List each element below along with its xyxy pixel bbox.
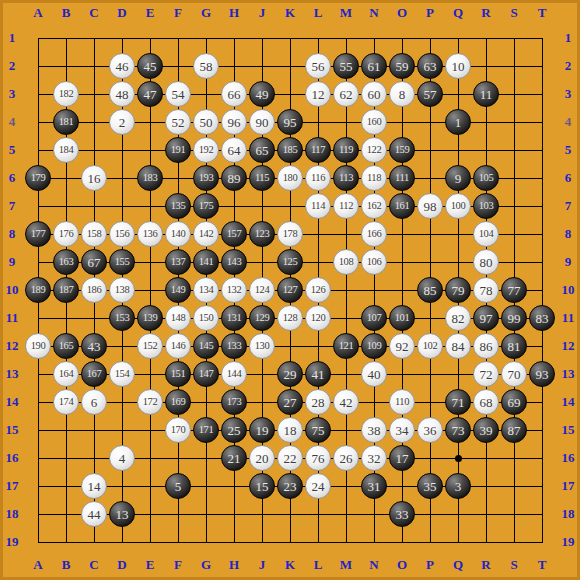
intersection[interactable] bbox=[444, 444, 472, 472]
intersection[interactable]: 82 bbox=[444, 304, 472, 332]
intersection[interactable] bbox=[136, 136, 164, 164]
intersection[interactable]: 162 bbox=[360, 192, 388, 220]
intersection[interactable]: 136 bbox=[136, 220, 164, 248]
intersection[interactable]: 1 bbox=[444, 108, 472, 136]
intersection[interactable] bbox=[472, 472, 500, 500]
intersection[interactable] bbox=[80, 52, 108, 80]
intersection[interactable] bbox=[24, 500, 52, 528]
intersection[interactable] bbox=[220, 24, 248, 52]
intersection[interactable] bbox=[304, 220, 332, 248]
intersection[interactable]: 158 bbox=[80, 220, 108, 248]
intersection[interactable]: 132 bbox=[220, 276, 248, 304]
intersection[interactable] bbox=[416, 24, 444, 52]
intersection[interactable] bbox=[52, 192, 80, 220]
intersection[interactable]: 98 bbox=[416, 192, 444, 220]
intersection[interactable]: 189 bbox=[24, 276, 52, 304]
intersection[interactable]: 109 bbox=[360, 332, 388, 360]
intersection[interactable]: 184 bbox=[52, 136, 80, 164]
intersection[interactable] bbox=[192, 528, 220, 556]
intersection[interactable]: 178 bbox=[276, 220, 304, 248]
intersection[interactable]: 49 bbox=[248, 80, 276, 108]
intersection[interactable]: 150 bbox=[192, 304, 220, 332]
intersection[interactable]: 149 bbox=[164, 276, 192, 304]
intersection[interactable] bbox=[52, 304, 80, 332]
intersection[interactable] bbox=[528, 388, 556, 416]
intersection[interactable]: 156 bbox=[108, 220, 136, 248]
intersection[interactable] bbox=[24, 360, 52, 388]
intersection[interactable] bbox=[500, 472, 528, 500]
intersection[interactable] bbox=[416, 528, 444, 556]
intersection[interactable]: 48 bbox=[108, 80, 136, 108]
intersection[interactable] bbox=[416, 388, 444, 416]
intersection[interactable] bbox=[136, 444, 164, 472]
intersection[interactable]: 170 bbox=[164, 416, 192, 444]
intersection[interactable]: 42 bbox=[332, 388, 360, 416]
intersection[interactable] bbox=[136, 24, 164, 52]
intersection[interactable] bbox=[360, 276, 388, 304]
intersection[interactable]: 187 bbox=[52, 276, 80, 304]
intersection[interactable]: 167 bbox=[80, 360, 108, 388]
intersection[interactable] bbox=[444, 500, 472, 528]
intersection[interactable] bbox=[416, 360, 444, 388]
intersection[interactable] bbox=[388, 360, 416, 388]
intersection[interactable]: 186 bbox=[80, 276, 108, 304]
intersection[interactable]: 99 bbox=[500, 304, 528, 332]
intersection[interactable]: 67 bbox=[80, 248, 108, 276]
intersection[interactable] bbox=[52, 472, 80, 500]
intersection[interactable]: 124 bbox=[248, 276, 276, 304]
intersection[interactable] bbox=[220, 528, 248, 556]
intersection[interactable] bbox=[416, 248, 444, 276]
intersection[interactable]: 16 bbox=[80, 164, 108, 192]
intersection[interactable]: 138 bbox=[108, 276, 136, 304]
intersection[interactable]: 183 bbox=[136, 164, 164, 192]
intersection[interactable] bbox=[416, 444, 444, 472]
intersection[interactable] bbox=[164, 528, 192, 556]
intersection[interactable]: 133 bbox=[220, 332, 248, 360]
intersection[interactable]: 180 bbox=[276, 164, 304, 192]
intersection[interactable]: 161 bbox=[388, 192, 416, 220]
intersection[interactable] bbox=[164, 164, 192, 192]
intersection[interactable] bbox=[332, 528, 360, 556]
intersection[interactable]: 52 bbox=[164, 108, 192, 136]
intersection[interactable]: 185 bbox=[276, 136, 304, 164]
intersection[interactable] bbox=[192, 472, 220, 500]
intersection[interactable] bbox=[108, 136, 136, 164]
intersection[interactable]: 64 bbox=[220, 136, 248, 164]
intersection[interactable]: 38 bbox=[360, 416, 388, 444]
intersection[interactable] bbox=[80, 108, 108, 136]
intersection[interactable]: 129 bbox=[248, 304, 276, 332]
intersection[interactable] bbox=[500, 444, 528, 472]
intersection[interactable] bbox=[248, 500, 276, 528]
intersection[interactable]: 62 bbox=[332, 80, 360, 108]
intersection[interactable]: 103 bbox=[472, 192, 500, 220]
intersection[interactable]: 46 bbox=[108, 52, 136, 80]
intersection[interactable]: 141 bbox=[192, 248, 220, 276]
intersection[interactable] bbox=[220, 472, 248, 500]
intersection[interactable]: 152 bbox=[136, 332, 164, 360]
intersection[interactable] bbox=[108, 24, 136, 52]
intersection[interactable] bbox=[416, 164, 444, 192]
intersection[interactable] bbox=[80, 80, 108, 108]
intersection[interactable] bbox=[108, 164, 136, 192]
intersection[interactable]: 190 bbox=[24, 332, 52, 360]
intersection[interactable] bbox=[192, 500, 220, 528]
intersection[interactable] bbox=[528, 164, 556, 192]
intersection[interactable]: 39 bbox=[472, 416, 500, 444]
intersection[interactable]: 55 bbox=[332, 52, 360, 80]
intersection[interactable]: 155 bbox=[108, 248, 136, 276]
intersection[interactable]: 31 bbox=[360, 472, 388, 500]
intersection[interactable]: 115 bbox=[248, 164, 276, 192]
intersection[interactable] bbox=[276, 528, 304, 556]
intersection[interactable] bbox=[500, 164, 528, 192]
intersection[interactable] bbox=[304, 108, 332, 136]
intersection[interactable]: 139 bbox=[136, 304, 164, 332]
intersection[interactable]: 105 bbox=[472, 164, 500, 192]
intersection[interactable]: 50 bbox=[192, 108, 220, 136]
intersection[interactable] bbox=[192, 80, 220, 108]
intersection[interactable]: 121 bbox=[332, 332, 360, 360]
intersection[interactable] bbox=[444, 360, 472, 388]
intersection[interactable]: 177 bbox=[24, 220, 52, 248]
intersection[interactable]: 13 bbox=[108, 500, 136, 528]
intersection[interactable] bbox=[248, 360, 276, 388]
intersection[interactable]: 61 bbox=[360, 52, 388, 80]
intersection[interactable]: 145 bbox=[192, 332, 220, 360]
intersection[interactable] bbox=[388, 220, 416, 248]
intersection[interactable]: 127 bbox=[276, 276, 304, 304]
intersection[interactable]: 165 bbox=[52, 332, 80, 360]
intersection[interactable] bbox=[24, 472, 52, 500]
intersection[interactable]: 134 bbox=[192, 276, 220, 304]
intersection[interactable] bbox=[24, 192, 52, 220]
intersection[interactable] bbox=[24, 248, 52, 276]
intersection[interactable]: 44 bbox=[80, 500, 108, 528]
intersection[interactable] bbox=[528, 192, 556, 220]
intersection[interactable]: 116 bbox=[304, 164, 332, 192]
intersection[interactable]: 3 bbox=[444, 472, 472, 500]
intersection[interactable]: 110 bbox=[388, 388, 416, 416]
intersection[interactable] bbox=[360, 24, 388, 52]
intersection[interactable]: 14 bbox=[80, 472, 108, 500]
intersection[interactable] bbox=[136, 528, 164, 556]
intersection[interactable]: 111 bbox=[388, 164, 416, 192]
intersection[interactable]: 63 bbox=[416, 52, 444, 80]
intersection[interactable]: 47 bbox=[136, 80, 164, 108]
intersection[interactable] bbox=[24, 80, 52, 108]
intersection[interactable] bbox=[528, 276, 556, 304]
intersection[interactable]: 5 bbox=[164, 472, 192, 500]
intersection[interactable] bbox=[416, 500, 444, 528]
intersection[interactable] bbox=[472, 136, 500, 164]
intersection[interactable] bbox=[24, 444, 52, 472]
intersection[interactable]: 76 bbox=[304, 444, 332, 472]
intersection[interactable]: 175 bbox=[192, 192, 220, 220]
intersection[interactable]: 83 bbox=[528, 304, 556, 332]
intersection[interactable] bbox=[304, 500, 332, 528]
intersection[interactable] bbox=[108, 332, 136, 360]
intersection[interactable]: 169 bbox=[164, 388, 192, 416]
intersection[interactable] bbox=[108, 528, 136, 556]
intersection[interactable] bbox=[80, 304, 108, 332]
intersection[interactable] bbox=[332, 108, 360, 136]
intersection[interactable]: 58 bbox=[192, 52, 220, 80]
intersection[interactable] bbox=[332, 500, 360, 528]
intersection[interactable] bbox=[248, 248, 276, 276]
intersection[interactable]: 81 bbox=[500, 332, 528, 360]
intersection[interactable]: 120 bbox=[304, 304, 332, 332]
intersection[interactable] bbox=[164, 52, 192, 80]
intersection[interactable]: 100 bbox=[444, 192, 472, 220]
intersection[interactable]: 95 bbox=[276, 108, 304, 136]
intersection[interactable]: 2 bbox=[108, 108, 136, 136]
intersection[interactable] bbox=[248, 52, 276, 80]
intersection[interactable]: 70 bbox=[500, 360, 528, 388]
intersection[interactable]: 65 bbox=[248, 136, 276, 164]
intersection[interactable] bbox=[24, 52, 52, 80]
intersection[interactable]: 147 bbox=[192, 360, 220, 388]
intersection[interactable]: 11 bbox=[472, 80, 500, 108]
intersection[interactable]: 160 bbox=[360, 108, 388, 136]
intersection[interactable] bbox=[528, 136, 556, 164]
intersection[interactable]: 77 bbox=[500, 276, 528, 304]
intersection[interactable]: 18 bbox=[276, 416, 304, 444]
intersection[interactable] bbox=[528, 528, 556, 556]
intersection[interactable] bbox=[136, 360, 164, 388]
intersection[interactable] bbox=[220, 52, 248, 80]
intersection[interactable] bbox=[80, 444, 108, 472]
intersection[interactable]: 131 bbox=[220, 304, 248, 332]
intersection[interactable]: 135 bbox=[164, 192, 192, 220]
intersection[interactable] bbox=[500, 500, 528, 528]
intersection[interactable] bbox=[388, 472, 416, 500]
intersection[interactable]: 87 bbox=[500, 416, 528, 444]
intersection[interactable]: 172 bbox=[136, 388, 164, 416]
intersection[interactable] bbox=[472, 500, 500, 528]
intersection[interactable]: 154 bbox=[108, 360, 136, 388]
intersection[interactable]: 119 bbox=[332, 136, 360, 164]
intersection[interactable]: 143 bbox=[220, 248, 248, 276]
intersection[interactable] bbox=[360, 528, 388, 556]
intersection[interactable] bbox=[52, 500, 80, 528]
intersection[interactable] bbox=[528, 220, 556, 248]
intersection[interactable] bbox=[136, 108, 164, 136]
intersection[interactable] bbox=[276, 500, 304, 528]
intersection[interactable]: 104 bbox=[472, 220, 500, 248]
intersection[interactable]: 118 bbox=[360, 164, 388, 192]
intersection[interactable]: 71 bbox=[444, 388, 472, 416]
intersection[interactable]: 114 bbox=[304, 192, 332, 220]
intersection[interactable]: 73 bbox=[444, 416, 472, 444]
intersection[interactable]: 17 bbox=[388, 444, 416, 472]
intersection[interactable]: 68 bbox=[472, 388, 500, 416]
intersection[interactable]: 137 bbox=[164, 248, 192, 276]
intersection[interactable] bbox=[332, 276, 360, 304]
intersection[interactable]: 29 bbox=[276, 360, 304, 388]
intersection[interactable] bbox=[276, 24, 304, 52]
intersection[interactable] bbox=[416, 136, 444, 164]
intersection[interactable] bbox=[276, 52, 304, 80]
intersection[interactable]: 166 bbox=[360, 220, 388, 248]
intersection[interactable] bbox=[276, 80, 304, 108]
intersection[interactable] bbox=[304, 332, 332, 360]
intersection[interactable]: 32 bbox=[360, 444, 388, 472]
intersection[interactable]: 93 bbox=[528, 360, 556, 388]
intersection[interactable] bbox=[24, 108, 52, 136]
intersection[interactable]: 54 bbox=[164, 80, 192, 108]
intersection[interactable]: 4 bbox=[108, 444, 136, 472]
intersection[interactable]: 84 bbox=[444, 332, 472, 360]
intersection[interactable] bbox=[220, 500, 248, 528]
intersection[interactable] bbox=[472, 444, 500, 472]
intersection[interactable]: 102 bbox=[416, 332, 444, 360]
intersection[interactable] bbox=[276, 332, 304, 360]
intersection[interactable]: 173 bbox=[220, 388, 248, 416]
intersection[interactable] bbox=[528, 80, 556, 108]
intersection[interactable] bbox=[528, 500, 556, 528]
intersection[interactable] bbox=[472, 108, 500, 136]
intersection[interactable]: 59 bbox=[388, 52, 416, 80]
intersection[interactable]: 56 bbox=[304, 52, 332, 80]
intersection[interactable]: 90 bbox=[248, 108, 276, 136]
intersection[interactable] bbox=[52, 416, 80, 444]
intersection[interactable] bbox=[192, 388, 220, 416]
intersection[interactable]: 8 bbox=[388, 80, 416, 108]
intersection[interactable] bbox=[164, 500, 192, 528]
intersection[interactable] bbox=[444, 24, 472, 52]
intersection[interactable]: 125 bbox=[276, 248, 304, 276]
intersection[interactable] bbox=[52, 164, 80, 192]
intersection[interactable]: 151 bbox=[164, 360, 192, 388]
intersection[interactable]: 192 bbox=[192, 136, 220, 164]
intersection[interactable] bbox=[528, 52, 556, 80]
intersection[interactable] bbox=[304, 528, 332, 556]
intersection[interactable]: 92 bbox=[388, 332, 416, 360]
intersection[interactable]: 174 bbox=[52, 388, 80, 416]
intersection[interactable]: 79 bbox=[444, 276, 472, 304]
intersection[interactable]: 144 bbox=[220, 360, 248, 388]
intersection[interactable]: 72 bbox=[472, 360, 500, 388]
intersection[interactable] bbox=[304, 24, 332, 52]
intersection[interactable]: 117 bbox=[304, 136, 332, 164]
intersection[interactable] bbox=[24, 528, 52, 556]
intersection[interactable] bbox=[108, 388, 136, 416]
intersection[interactable]: 159 bbox=[388, 136, 416, 164]
intersection[interactable]: 89 bbox=[220, 164, 248, 192]
intersection[interactable] bbox=[360, 388, 388, 416]
intersection[interactable]: 60 bbox=[360, 80, 388, 108]
intersection[interactable] bbox=[388, 248, 416, 276]
intersection[interactable] bbox=[52, 52, 80, 80]
intersection[interactable] bbox=[388, 276, 416, 304]
intersection[interactable] bbox=[80, 24, 108, 52]
intersection[interactable] bbox=[388, 528, 416, 556]
intersection[interactable]: 182 bbox=[52, 80, 80, 108]
intersection[interactable] bbox=[80, 136, 108, 164]
intersection[interactable]: 69 bbox=[500, 388, 528, 416]
intersection[interactable]: 43 bbox=[80, 332, 108, 360]
intersection[interactable]: 6 bbox=[80, 388, 108, 416]
intersection[interactable] bbox=[500, 80, 528, 108]
intersection[interactable] bbox=[220, 192, 248, 220]
intersection[interactable] bbox=[192, 444, 220, 472]
intersection[interactable] bbox=[444, 220, 472, 248]
intersection[interactable]: 40 bbox=[360, 360, 388, 388]
intersection[interactable]: 24 bbox=[304, 472, 332, 500]
intersection[interactable] bbox=[332, 304, 360, 332]
intersection[interactable] bbox=[528, 108, 556, 136]
intersection[interactable]: 57 bbox=[416, 80, 444, 108]
intersection[interactable]: 130 bbox=[248, 332, 276, 360]
intersection[interactable]: 28 bbox=[304, 388, 332, 416]
intersection[interactable] bbox=[52, 444, 80, 472]
intersection[interactable] bbox=[528, 248, 556, 276]
intersection[interactable] bbox=[416, 108, 444, 136]
intersection[interactable]: 107 bbox=[360, 304, 388, 332]
intersection[interactable]: 9 bbox=[444, 164, 472, 192]
intersection[interactable] bbox=[108, 192, 136, 220]
intersection[interactable]: 41 bbox=[304, 360, 332, 388]
intersection[interactable] bbox=[528, 332, 556, 360]
intersection[interactable] bbox=[24, 304, 52, 332]
intersection[interactable]: 20 bbox=[248, 444, 276, 472]
intersection[interactable]: 140 bbox=[164, 220, 192, 248]
intersection[interactable] bbox=[500, 220, 528, 248]
intersection[interactable] bbox=[136, 276, 164, 304]
intersection[interactable] bbox=[360, 500, 388, 528]
intersection[interactable] bbox=[248, 24, 276, 52]
intersection[interactable] bbox=[136, 248, 164, 276]
intersection[interactable]: 171 bbox=[192, 416, 220, 444]
intersection[interactable]: 25 bbox=[220, 416, 248, 444]
intersection[interactable]: 97 bbox=[472, 304, 500, 332]
intersection[interactable] bbox=[80, 416, 108, 444]
intersection[interactable] bbox=[444, 528, 472, 556]
intersection[interactable]: 106 bbox=[360, 248, 388, 276]
intersection[interactable]: 163 bbox=[52, 248, 80, 276]
intersection[interactable] bbox=[444, 248, 472, 276]
intersection[interactable] bbox=[444, 136, 472, 164]
intersection[interactable]: 80 bbox=[472, 248, 500, 276]
intersection[interactable] bbox=[472, 24, 500, 52]
intersection[interactable] bbox=[500, 192, 528, 220]
intersection[interactable]: 193 bbox=[192, 164, 220, 192]
intersection[interactable] bbox=[500, 248, 528, 276]
intersection[interactable] bbox=[24, 416, 52, 444]
intersection[interactable]: 126 bbox=[304, 276, 332, 304]
intersection[interactable]: 33 bbox=[388, 500, 416, 528]
intersection[interactable] bbox=[108, 416, 136, 444]
intersection[interactable]: 22 bbox=[276, 444, 304, 472]
intersection[interactable] bbox=[24, 24, 52, 52]
intersection[interactable]: 34 bbox=[388, 416, 416, 444]
intersection[interactable] bbox=[164, 444, 192, 472]
intersection[interactable] bbox=[388, 24, 416, 52]
intersection[interactable]: 142 bbox=[192, 220, 220, 248]
intersection[interactable] bbox=[136, 416, 164, 444]
intersection[interactable] bbox=[108, 472, 136, 500]
intersection[interactable]: 176 bbox=[52, 220, 80, 248]
intersection[interactable] bbox=[80, 192, 108, 220]
intersection[interactable]: 101 bbox=[388, 304, 416, 332]
intersection[interactable] bbox=[52, 528, 80, 556]
intersection[interactable]: 86 bbox=[472, 332, 500, 360]
intersection[interactable] bbox=[304, 248, 332, 276]
intersection[interactable]: 113 bbox=[332, 164, 360, 192]
intersection[interactable]: 35 bbox=[416, 472, 444, 500]
